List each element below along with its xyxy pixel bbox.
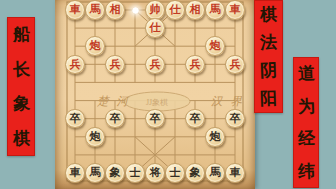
piece-black-horse[interactable]: 馬 (85, 163, 105, 183)
piece-red-soldier[interactable]: 兵 (185, 55, 205, 75)
piece-black-cannon[interactable]: 炮 (85, 127, 105, 147)
piece-red-advisor[interactable]: 仕 (145, 18, 165, 38)
piece-black-soldier[interactable]: 卒 (65, 109, 85, 129)
banner-couplet-top: 棋法阴阳 (254, 0, 283, 113)
piece-red-horse[interactable]: 馬 (205, 0, 225, 20)
piece-black-soldier[interactable]: 卒 (225, 109, 245, 129)
piece-black-soldier[interactable]: 卒 (105, 109, 125, 129)
xiangqi-board[interactable]: JJ象棋 楚河 汉界 車馬相帅仕相馬車仕炮炮兵兵兵兵兵卒卒卒卒卒炮炮車馬象士将士… (55, 0, 255, 189)
piece-red-cannon[interactable]: 炮 (205, 36, 225, 56)
river-text-right: 汉界 (211, 95, 250, 107)
river-text-left: 楚河 (97, 95, 136, 107)
piece-black-horse[interactable]: 馬 (205, 163, 225, 183)
piece-red-chariot[interactable]: 車 (65, 0, 85, 20)
piece-black-soldier[interactable]: 卒 (145, 109, 165, 129)
piece-red-soldier[interactable]: 兵 (225, 55, 245, 75)
piece-red-elephant[interactable]: 相 (185, 0, 205, 20)
piece-red-advisor[interactable]: 仕 (165, 0, 185, 20)
river-badge-text: JJ象棋 (146, 98, 168, 107)
banner-captain-chess: 船长象棋 (7, 17, 35, 156)
xiangqi-thumbnail: JJ象棋 楚河 汉界 車馬相帅仕相馬車仕炮炮兵兵兵兵兵卒卒卒卒卒炮炮車馬象士将士… (0, 0, 336, 189)
piece-black-elephant[interactable]: 象 (185, 163, 205, 183)
last-move-origin-marker (132, 7, 139, 14)
piece-red-soldier[interactable]: 兵 (105, 55, 125, 75)
piece-red-general[interactable]: 帅 (145, 0, 165, 20)
piece-black-general[interactable]: 将 (145, 163, 165, 183)
banner-couplet-bottom: 道为经纬 (293, 57, 319, 188)
piece-red-elephant[interactable]: 相 (105, 0, 125, 20)
piece-red-cannon[interactable]: 炮 (85, 36, 105, 56)
piece-black-elephant[interactable]: 象 (105, 163, 125, 183)
piece-red-soldier[interactable]: 兵 (65, 55, 85, 75)
piece-black-advisor[interactable]: 士 (125, 163, 145, 183)
piece-red-chariot[interactable]: 車 (225, 0, 245, 20)
piece-black-cannon[interactable]: 炮 (205, 127, 225, 147)
piece-red-horse[interactable]: 馬 (85, 0, 105, 20)
piece-black-chariot[interactable]: 車 (225, 163, 245, 183)
piece-red-soldier[interactable]: 兵 (145, 55, 165, 75)
piece-black-chariot[interactable]: 車 (65, 163, 85, 183)
piece-black-soldier[interactable]: 卒 (185, 109, 205, 129)
piece-black-advisor[interactable]: 士 (165, 163, 185, 183)
